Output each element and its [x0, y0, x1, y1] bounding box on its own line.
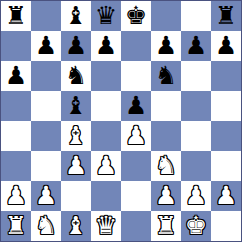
square-e5[interactable]: ♟: [121, 91, 151, 121]
white-pawn: ♟: [125, 121, 147, 151]
square-d1[interactable]: ♛: [91, 211, 121, 241]
black-bishop: ♝: [65, 91, 87, 121]
square-c8[interactable]: ♝: [61, 1, 91, 31]
square-f1[interactable]: ♜: [151, 211, 181, 241]
square-e4[interactable]: ♟: [121, 121, 151, 151]
black-king: ♚: [125, 1, 147, 31]
square-f2[interactable]: ♟: [151, 181, 181, 211]
square-e6[interactable]: [121, 61, 151, 91]
square-a5[interactable]: [1, 91, 31, 121]
square-h6[interactable]: [211, 61, 241, 91]
square-b3[interactable]: [31, 151, 61, 181]
white-pawn: ♟: [5, 181, 27, 211]
square-c5[interactable]: ♝: [61, 91, 91, 121]
white-pawn: ♟: [155, 181, 177, 211]
chess-board-wrap: ♜♝♛♚♜♟♟♟♟♟♟♟♞♞♝♟♝♟♟♟♞♟♟♟♟♟♜♞♝♛♜♚: [0, 0, 242, 242]
black-rook: ♜: [5, 1, 27, 31]
square-d6[interactable]: [91, 61, 121, 91]
square-g1[interactable]: ♚: [181, 211, 211, 241]
black-pawn: ♟: [65, 31, 87, 61]
square-g7[interactable]: ♟: [181, 31, 211, 61]
square-a1[interactable]: ♜: [1, 211, 31, 241]
square-g3[interactable]: [181, 151, 211, 181]
square-e7[interactable]: [121, 31, 151, 61]
square-b8[interactable]: [31, 1, 61, 31]
square-a7[interactable]: [1, 31, 31, 61]
black-queen: ♛: [95, 1, 117, 31]
square-b5[interactable]: [31, 91, 61, 121]
black-pawn: ♟: [185, 31, 207, 61]
black-knight: ♞: [155, 61, 177, 91]
white-rook: ♜: [155, 211, 177, 241]
white-pawn: ♟: [95, 151, 117, 181]
white-knight: ♞: [155, 151, 177, 181]
white-pawn: ♟: [65, 151, 87, 181]
black-pawn: ♟: [155, 31, 177, 61]
square-e3[interactable]: [121, 151, 151, 181]
square-h3[interactable]: [211, 151, 241, 181]
white-bishop: ♝: [65, 121, 87, 151]
square-b4[interactable]: [31, 121, 61, 151]
square-c7[interactable]: ♟: [61, 31, 91, 61]
square-d5[interactable]: [91, 91, 121, 121]
square-g5[interactable]: [181, 91, 211, 121]
white-pawn: ♟: [215, 181, 237, 211]
white-queen: ♛: [95, 211, 117, 241]
square-c1[interactable]: ♝: [61, 211, 91, 241]
square-h8[interactable]: ♜: [211, 1, 241, 31]
white-bishop: ♝: [65, 211, 87, 241]
square-d3[interactable]: ♟: [91, 151, 121, 181]
square-a3[interactable]: [1, 151, 31, 181]
chess-board: ♜♝♛♚♜♟♟♟♟♟♟♟♞♞♝♟♝♟♟♟♞♟♟♟♟♟♜♞♝♛♜♚: [0, 0, 242, 242]
square-g4[interactable]: [181, 121, 211, 151]
square-c4[interactable]: ♝: [61, 121, 91, 151]
square-g2[interactable]: ♟: [181, 181, 211, 211]
square-a2[interactable]: ♟: [1, 181, 31, 211]
square-h1[interactable]: [211, 211, 241, 241]
square-f7[interactable]: ♟: [151, 31, 181, 61]
square-b7[interactable]: ♟: [31, 31, 61, 61]
square-a8[interactable]: ♜: [1, 1, 31, 31]
square-c2[interactable]: [61, 181, 91, 211]
black-pawn: ♟: [215, 31, 237, 61]
black-pawn: ♟: [95, 31, 117, 61]
square-b2[interactable]: ♟: [31, 181, 61, 211]
black-pawn: ♟: [35, 31, 57, 61]
black-rook: ♜: [215, 1, 237, 31]
black-pawn: ♟: [125, 91, 147, 121]
square-d2[interactable]: [91, 181, 121, 211]
square-g8[interactable]: [181, 1, 211, 31]
square-g6[interactable]: [181, 61, 211, 91]
square-h7[interactable]: ♟: [211, 31, 241, 61]
black-knight: ♞: [65, 61, 87, 91]
square-h5[interactable]: [211, 91, 241, 121]
square-c3[interactable]: ♟: [61, 151, 91, 181]
white-pawn: ♟: [35, 181, 57, 211]
white-rook: ♜: [5, 211, 27, 241]
square-e2[interactable]: [121, 181, 151, 211]
square-d4[interactable]: [91, 121, 121, 151]
white-knight: ♞: [35, 211, 57, 241]
square-f5[interactable]: [151, 91, 181, 121]
square-a4[interactable]: [1, 121, 31, 151]
square-e1[interactable]: [121, 211, 151, 241]
square-d8[interactable]: ♛: [91, 1, 121, 31]
square-b6[interactable]: [31, 61, 61, 91]
square-f8[interactable]: [151, 1, 181, 31]
black-bishop: ♝: [65, 1, 87, 31]
square-e8[interactable]: ♚: [121, 1, 151, 31]
white-pawn: ♟: [185, 181, 207, 211]
black-pawn: ♟: [5, 61, 27, 91]
square-f3[interactable]: ♞: [151, 151, 181, 181]
square-a6[interactable]: ♟: [1, 61, 31, 91]
white-king: ♚: [185, 211, 207, 241]
square-b1[interactable]: ♞: [31, 211, 61, 241]
square-f4[interactable]: [151, 121, 181, 151]
square-h2[interactable]: ♟: [211, 181, 241, 211]
square-h4[interactable]: [211, 121, 241, 151]
square-d7[interactable]: ♟: [91, 31, 121, 61]
square-c6[interactable]: ♞: [61, 61, 91, 91]
square-f6[interactable]: ♞: [151, 61, 181, 91]
